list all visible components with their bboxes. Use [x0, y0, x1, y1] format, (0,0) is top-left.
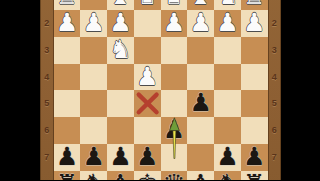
chess-board: ♜♝♚♛♝♞♜♟♟♟♟♟♟♟♞♟♟♟♟♟♟♟♟♟♜♞♝♚♛♝♞♜: [54, 0, 268, 180]
rank-label-4: 4: [40, 64, 54, 91]
rank-labels-left: 234567: [40, 0, 54, 180]
square-g8: ♞: [80, 171, 107, 181]
square-h3: [54, 37, 81, 64]
black-pawn-b7: ♟: [214, 144, 241, 171]
square-g2: ♟: [80, 10, 107, 37]
square-a8: ♜: [241, 171, 268, 181]
black-pawn-f7: ♟: [107, 144, 134, 171]
rank-label-2: 2: [40, 10, 54, 37]
square-e1: ♚: [134, 0, 161, 10]
black-pawn-h7: ♟: [54, 144, 81, 171]
square-c2: ♟: [187, 10, 214, 37]
square-h7: ♟: [54, 144, 81, 171]
white-pawn-d2: ♟: [161, 10, 188, 37]
square-e2: [134, 10, 161, 37]
square-f6: [107, 117, 134, 144]
square-a3: [241, 37, 268, 64]
white-pawn-f2: ♟: [107, 10, 134, 37]
white-pawn-c2: ♟: [187, 10, 214, 37]
square-d4: [161, 64, 188, 91]
square-b2: ♟: [214, 10, 241, 37]
square-b3: [214, 37, 241, 64]
black-king-e8: ♚: [134, 171, 161, 181]
square-a6: [241, 117, 268, 144]
white-king-e1: ♚: [134, 0, 161, 10]
square-c8: ♝: [187, 171, 214, 181]
square-e5: [134, 90, 161, 117]
rank-label-7: 7: [40, 144, 54, 171]
square-d6: ♟: [161, 117, 188, 144]
square-c3: [187, 37, 214, 64]
black-knight-g8: ♞: [80, 171, 107, 181]
square-f3: ♞: [107, 37, 134, 64]
square-d2: ♟: [161, 10, 188, 37]
square-h6: [54, 117, 81, 144]
white-pawn-g2: ♟: [80, 10, 107, 37]
rank-label-5: 5: [40, 90, 54, 117]
rank-label-3: 3: [40, 37, 54, 64]
square-d7: [161, 144, 188, 171]
black-rook-h8: ♜: [54, 171, 81, 181]
video-frame: 234567 234567 ♜♝♚♛♝♞♜♟♟♟♟♟♟♟♞♟♟♟♟♟♟♟♟♟♜♞…: [0, 0, 320, 180]
square-c6: [187, 117, 214, 144]
square-h4: [54, 64, 81, 91]
square-g3: [80, 37, 107, 64]
square-b6: [214, 117, 241, 144]
square-g7: ♟: [80, 144, 107, 171]
square-h5: [54, 90, 81, 117]
square-e7: ♟: [134, 144, 161, 171]
rank-label-2: 2: [268, 10, 282, 37]
chess-board-frame: 234567 234567 ♜♝♚♛♝♞♜♟♟♟♟♟♟♟♞♟♟♟♟♟♟♟♟♟♜♞…: [40, 0, 281, 180]
rank-label-4: 4: [268, 64, 282, 91]
square-a7: ♟: [241, 144, 268, 171]
square-h8: ♜: [54, 171, 81, 181]
rank-labels-right: 234567: [268, 0, 282, 180]
black-knight-b8: ♞: [214, 171, 241, 181]
letterbox-right: [281, 0, 320, 180]
square-f7: ♟: [107, 144, 134, 171]
black-pawn-c5: ♟: [187, 90, 214, 117]
square-d3: [161, 37, 188, 64]
square-e8: ♚: [134, 171, 161, 181]
square-f5: [107, 90, 134, 117]
square-f8: ♝: [107, 171, 134, 181]
square-g4: [80, 64, 107, 91]
white-pawn-h2: ♟: [54, 10, 81, 37]
black-rook-a8: ♜: [241, 171, 268, 181]
black-bishop-f8: ♝: [107, 171, 134, 181]
square-h2: ♟: [54, 10, 81, 37]
rank-label-6: 6: [268, 117, 282, 144]
white-pawn-b2: ♟: [214, 10, 241, 37]
square-b8: ♞: [214, 171, 241, 181]
square-g5: [80, 90, 107, 117]
square-c7: [187, 144, 214, 171]
black-pawn-d6: ♟: [161, 117, 188, 144]
black-queen-d8: ♛: [161, 171, 188, 181]
square-b5: [214, 90, 241, 117]
square-d5: [161, 90, 188, 117]
rank-label-7: 7: [268, 144, 282, 171]
square-f4: [107, 64, 134, 91]
square-a4: [241, 64, 268, 91]
square-a2: ♟: [241, 10, 268, 37]
square-e3: [134, 37, 161, 64]
rank-label-5: 5: [268, 90, 282, 117]
black-pawn-g7: ♟: [80, 144, 107, 171]
square-b7: ♟: [214, 144, 241, 171]
rank-label-3: 3: [268, 37, 282, 64]
square-a5: [241, 90, 268, 117]
square-b4: [214, 64, 241, 91]
rank-label-6: 6: [40, 117, 54, 144]
square-c5: ♟: [187, 90, 214, 117]
square-e6: [134, 117, 161, 144]
black-pawn-a7: ♟: [241, 144, 268, 171]
black-pawn-e7: ♟: [134, 144, 161, 171]
square-g6: [80, 117, 107, 144]
letterbox-left: [0, 0, 40, 180]
black-bishop-c8: ♝: [187, 171, 214, 181]
square-f2: ♟: [107, 10, 134, 37]
square-d8: ♛: [161, 171, 188, 181]
square-c4: [187, 64, 214, 91]
white-knight-f3: ♞: [107, 37, 134, 64]
square-e4: ♟: [134, 64, 161, 91]
white-pawn-a2: ♟: [241, 10, 268, 37]
white-pawn-e4: ♟: [134, 64, 161, 91]
